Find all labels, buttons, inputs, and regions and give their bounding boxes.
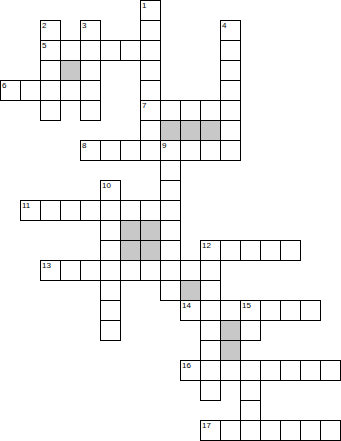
cell[interactable] [160,160,181,181]
cell[interactable] [100,220,121,241]
cell[interactable] [140,80,161,101]
cell[interactable] [140,120,161,141]
clue-number: 15 [242,302,251,310]
cell[interactable] [220,300,241,321]
cell[interactable] [200,280,221,301]
cell[interactable] [300,360,321,381]
cell[interactable] [120,260,141,281]
cell[interactable] [180,260,201,281]
clue-number: 9 [162,142,166,150]
cell[interactable] [280,360,301,381]
shaded-cell[interactable] [140,240,161,261]
cell[interactable] [240,320,261,341]
cell[interactable] [100,320,121,341]
cell[interactable] [40,80,61,101]
cell[interactable] [240,240,261,261]
cell[interactable] [240,420,261,441]
cell[interactable] [280,240,301,261]
cell[interactable] [60,80,81,101]
cell[interactable] [320,360,341,381]
cell[interactable] [220,100,241,121]
shaded-cell[interactable] [220,320,241,341]
clue-number: 17 [202,422,211,430]
cell[interactable] [160,240,181,261]
clue-number: 4 [222,22,226,30]
cell[interactable] [140,140,161,161]
cell[interactable] [140,60,161,81]
cell[interactable] [240,360,261,381]
shaded-cell[interactable] [160,120,181,141]
cell[interactable] [100,300,121,321]
cell[interactable] [240,380,261,401]
cell[interactable] [220,60,241,81]
cell[interactable] [100,260,121,281]
cell[interactable] [80,260,101,281]
cell[interactable] [80,200,101,221]
cell[interactable] [200,260,221,281]
cell[interactable] [80,100,101,121]
cell[interactable] [20,80,41,101]
cell[interactable] [240,400,261,421]
cell[interactable] [280,420,301,441]
cell[interactable] [160,180,181,201]
clue-number: 5 [42,42,46,50]
clue-number: 2 [42,22,46,30]
cell[interactable] [140,200,161,221]
clue-number: 7 [142,102,146,110]
clue-number: 16 [182,362,191,370]
cell[interactable] [100,40,121,61]
cell[interactable] [220,120,241,141]
cell[interactable] [80,80,101,101]
cell[interactable] [140,20,161,41]
cell[interactable] [160,260,181,281]
cell[interactable] [140,260,161,281]
cell[interactable] [200,140,221,161]
cell[interactable] [120,200,141,221]
cell[interactable] [140,40,161,61]
clue-number: 14 [182,302,191,310]
cell[interactable] [100,200,121,221]
cell[interactable] [160,100,181,121]
clue-number: 8 [82,142,86,150]
cell[interactable] [80,60,101,81]
cell[interactable] [160,200,181,221]
cell[interactable] [60,40,81,61]
cell[interactable] [200,360,221,381]
cell[interactable] [180,140,201,161]
cell[interactable] [60,200,81,221]
shaded-cell[interactable] [120,220,141,241]
clue-number: 12 [202,242,211,250]
cell[interactable] [180,100,201,121]
cell[interactable] [100,240,121,261]
cell[interactable] [60,260,81,281]
shaded-cell[interactable] [120,240,141,261]
cell[interactable] [220,80,241,101]
shaded-cell[interactable] [220,340,241,361]
cell[interactable] [260,240,281,261]
cell[interactable] [100,280,121,301]
clue-number: 11 [22,202,30,210]
cell[interactable] [200,340,221,361]
cell[interactable] [260,300,281,321]
shaded-cell[interactable] [140,220,161,241]
cell[interactable] [160,220,181,241]
shaded-cell[interactable] [200,120,221,141]
cell[interactable] [200,320,221,341]
clue-number: 10 [102,182,111,190]
cell[interactable] [220,360,241,381]
cell[interactable] [220,40,241,61]
cell[interactable] [80,40,101,61]
cell[interactable] [100,140,121,161]
clue-number: 1 [142,2,146,10]
cell[interactable] [40,200,61,221]
cell[interactable] [280,300,301,321]
shaded-cell[interactable] [60,60,81,81]
cell[interactable] [200,100,221,121]
crossword-grid: 1234567891011121314151617 [0,0,341,441]
cell[interactable] [120,140,141,161]
cell[interactable] [40,100,61,121]
clue-number: 13 [42,262,51,270]
cell[interactable] [220,420,241,441]
cell[interactable] [260,360,281,381]
cell[interactable] [200,380,221,401]
clue-number: 3 [82,22,86,30]
cell[interactable] [220,140,241,161]
cell[interactable] [300,420,321,441]
cell[interactable] [260,420,281,441]
cell[interactable] [160,280,181,301]
cell[interactable] [40,60,61,81]
cell[interactable] [320,420,341,441]
cell[interactable] [220,240,241,261]
shaded-cell[interactable] [180,280,201,301]
clue-number: 6 [2,82,6,90]
shaded-cell[interactable] [180,120,201,141]
cell[interactable] [200,300,221,321]
cell[interactable] [300,300,321,321]
cell[interactable] [120,40,141,61]
